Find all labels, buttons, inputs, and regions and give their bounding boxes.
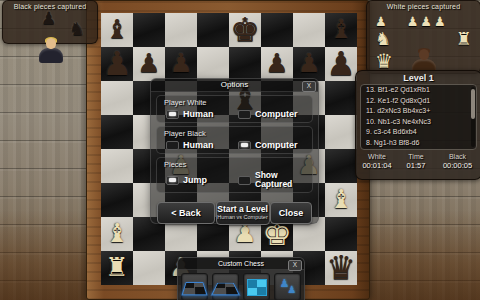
black-piece-Q-h1[interactable]: ♛: [326, 251, 356, 284]
pieces-label: Pieces: [162, 159, 307, 171]
custom-chess-close-icon[interactable]: X: [288, 260, 302, 271]
captured-white-P: ♟: [407, 15, 419, 28]
captured-black-P: ♟: [41, 10, 56, 27]
clock-white-label: White: [356, 152, 398, 161]
options-close-icon[interactable]: X: [302, 81, 316, 92]
black-piece-B-h8[interactable]: ♝: [329, 16, 352, 42]
radio-black-human[interactable]: [166, 141, 179, 150]
black-piece-P-c7[interactable]: ♟: [169, 50, 192, 76]
captured-white-P: ♟: [420, 15, 432, 28]
option-show-captured[interactable]: Show Captured: [238, 171, 307, 189]
board-flat-button[interactable]: [243, 273, 270, 300]
move-list-box[interactable]: 13. Bf1-e2 Qd1xRb112. Ke1-f2 Qd8xQd111. …: [360, 84, 477, 150]
move-row[interactable]: 8. Ng1-h3 Bf8-d6: [361, 138, 476, 149]
scrollbar-thumb[interactable]: [471, 89, 475, 119]
white-captured-row-queen: ♛: [367, 48, 480, 72]
player-white-label: Player White: [162, 97, 307, 109]
white-captured-row-minor: ♞♜: [367, 28, 480, 48]
captured-white-R: ♜: [456, 30, 472, 48]
black-piece-P-a7[interactable]: ♟: [102, 47, 132, 80]
player-black-label: Player Black: [162, 128, 307, 140]
move-list: 13. Bf1-e2 Qd1xRb112. Ke1-f2 Qd8xQd111. …: [361, 85, 476, 148]
checkbox-jump[interactable]: [166, 176, 179, 185]
board-3d-icon: [211, 283, 240, 295]
clock-black-time: 00:00:05: [434, 161, 480, 170]
custom-chess-dialog: Custom Chess X ♟ ♟: [177, 257, 305, 300]
options-titlebar: Options X: [151, 79, 318, 92]
start-level-button[interactable]: Start a Level Human vs Computer: [216, 201, 270, 225]
checkbox-show-captured[interactable]: [238, 176, 251, 185]
black-computer-label: Computer: [255, 140, 298, 150]
avatar-head: [46, 38, 56, 49]
avatar-body: [39, 48, 63, 63]
option-white-computer[interactable]: Computer: [238, 109, 298, 119]
white-piece-B-h3[interactable]: ♝: [329, 186, 352, 212]
option-white-human[interactable]: Human: [162, 109, 238, 119]
level-title: Level 1: [356, 71, 480, 84]
clock-time-label: Time: [398, 152, 434, 161]
black-piece-P-b7[interactable]: ♟: [137, 50, 160, 76]
radio-white-computer[interactable]: [238, 110, 251, 119]
move-row[interactable]: 12. Ke1-f2 Qd8xQd1: [361, 96, 476, 107]
white-captured-panel: White pieces captured ♟♟♟♟ ♞♜ ♛: [366, 0, 480, 74]
captured-white-P: ♟: [434, 15, 446, 28]
black-piece-P-g7[interactable]: ♟: [297, 50, 320, 76]
custom-chess-title: Custom Chess: [178, 258, 304, 269]
black-human-label: Human: [183, 140, 214, 150]
white-piece-R-a1[interactable]: ♜: [105, 254, 128, 280]
player-white-group: Player White Human Computer: [156, 95, 313, 123]
clock-panel: White Time Black 00:01:04 01:57 00:00:05: [356, 150, 480, 170]
white-player-avatar: [36, 38, 66, 63]
pawn-icon: ♟: [288, 284, 297, 295]
black-piece-P-h7[interactable]: ♟: [326, 47, 356, 80]
board-style-2-button[interactable]: [212, 273, 239, 300]
start-level-label: Start a Level: [217, 204, 269, 214]
chess-pieces-icon: ♟ ♟: [278, 277, 298, 297]
captured-black-N: ♞: [69, 20, 85, 38]
level-panel: Level 1 13. Bf1-e2 Qd1xRb112. Ke1-f2 Qd8…: [355, 70, 480, 180]
board-flat-icon: [247, 279, 267, 296]
radio-black-computer[interactable]: [238, 141, 251, 150]
black-piece-P-f7[interactable]: ♟: [265, 50, 288, 76]
black-piece-B-a8[interactable]: ♝: [105, 16, 128, 42]
pieces-group: Pieces Jump Show Captured: [156, 157, 313, 193]
clock-game-time: 01:57: [398, 161, 434, 170]
captured-white-P: ♟: [375, 15, 387, 28]
board-3d-icon: [181, 282, 207, 295]
show-captured-label: Show Captured: [255, 171, 307, 189]
avatar-head: [419, 49, 429, 60]
move-row[interactable]: 11. d2xNc3 Bb4xc3+: [361, 106, 476, 117]
clock-white-time: 00:01:04: [356, 161, 398, 170]
radio-white-human[interactable]: [166, 110, 179, 119]
white-human-label: Human: [183, 109, 214, 119]
move-row[interactable]: 13. Bf1-e2 Qd1xRb1: [361, 85, 476, 96]
white-piece-B-a2[interactable]: ♝: [105, 220, 128, 246]
move-row[interactable]: 9. c3-c4 Bd6xb4: [361, 127, 476, 138]
start-level-sublabel: Human vs Computer: [217, 214, 269, 221]
option-black-human[interactable]: Human: [162, 140, 238, 150]
custom-chess-titlebar: Custom Chess X: [178, 258, 304, 270]
player-black-group: Player Black Human Computer: [156, 126, 313, 154]
move-list-scrollbar[interactable]: [471, 87, 475, 147]
jump-label: Jump: [183, 175, 207, 185]
black-captured-pieces: ♟♞: [3, 10, 97, 38]
move-row[interactable]: 10. Nb1-c3 Ne4xNc3: [361, 117, 476, 128]
black-piece-K-e8[interactable]: ♚: [230, 13, 260, 46]
captured-white-N: ♞: [375, 30, 391, 48]
close-button[interactable]: Close: [270, 202, 312, 224]
piece-set-button[interactable]: ♟ ♟: [274, 273, 301, 300]
back-button[interactable]: < Back: [157, 202, 215, 224]
options-title: Options: [151, 79, 318, 91]
board-style-1-button[interactable]: [181, 273, 208, 300]
option-jump[interactable]: Jump: [162, 175, 238, 185]
option-black-computer[interactable]: Computer: [238, 140, 298, 150]
options-dialog: Options X Player White Human Computer Pl…: [150, 78, 319, 224]
white-computer-label: Computer: [255, 109, 298, 119]
white-captured-title: White pieces captured: [367, 1, 480, 10]
clock-black-label: Black: [434, 152, 480, 161]
white-captured-row-pawns: ♟♟♟♟: [367, 10, 480, 28]
white-captured-queen-slot: ♛: [375, 51, 393, 72]
